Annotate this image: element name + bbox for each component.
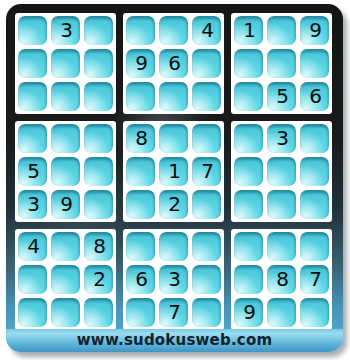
site-url: www.sudokusweb.com xyxy=(77,331,272,350)
cell-r8c5[interactable]: 3 xyxy=(159,265,188,294)
given-digit: 9 xyxy=(243,302,256,322)
given-digit: 2 xyxy=(168,194,181,214)
cell-r5c2[interactable] xyxy=(51,157,80,186)
cell-r3c9[interactable]: 6 xyxy=(300,82,329,111)
given-digit: 3 xyxy=(27,194,40,214)
cell-r5c1[interactable]: 5 xyxy=(18,157,47,186)
cell-r3c7[interactable] xyxy=(234,82,263,111)
cell-r2c3[interactable] xyxy=(84,49,113,78)
box-r2c1: 539 xyxy=(15,121,116,222)
cell-r8c8[interactable]: 8 xyxy=(267,265,296,294)
cell-r8c6[interactable] xyxy=(192,265,221,294)
cell-r5c9[interactable] xyxy=(300,157,329,186)
board-frame: 3496195653981723482637879 www.sudokusweb… xyxy=(6,4,343,352)
cell-r4c9[interactable] xyxy=(300,124,329,153)
cell-r2c7[interactable] xyxy=(234,49,263,78)
cell-r7c5[interactable] xyxy=(159,232,188,261)
cell-r1c9[interactable]: 9 xyxy=(300,16,329,45)
given-digit: 3 xyxy=(60,20,73,40)
cell-r5c5[interactable]: 1 xyxy=(159,157,188,186)
cell-r2c8[interactable] xyxy=(267,49,296,78)
given-digit: 4 xyxy=(27,236,40,256)
cell-r9c6[interactable] xyxy=(192,298,221,327)
given-digit: 3 xyxy=(168,269,181,289)
given-digit: 6 xyxy=(168,53,181,73)
given-digit: 5 xyxy=(27,161,40,181)
cell-r7c9[interactable] xyxy=(300,232,329,261)
cell-r2c2[interactable] xyxy=(51,49,80,78)
cell-r3c8[interactable]: 5 xyxy=(267,82,296,111)
cell-r2c4[interactable]: 9 xyxy=(126,49,155,78)
cell-r1c3[interactable] xyxy=(84,16,113,45)
box-r1c1: 3 xyxy=(15,13,116,114)
cell-r3c1[interactable] xyxy=(18,82,47,111)
given-digit: 9 xyxy=(309,20,322,40)
given-digit: 7 xyxy=(168,302,181,322)
given-digit: 2 xyxy=(93,269,106,289)
cell-r8c3[interactable]: 2 xyxy=(84,265,113,294)
cell-r4c6[interactable] xyxy=(192,124,221,153)
cell-r7c6[interactable] xyxy=(192,232,221,261)
cell-r7c8[interactable] xyxy=(267,232,296,261)
cell-r9c5[interactable]: 7 xyxy=(159,298,188,327)
cell-r3c5[interactable] xyxy=(159,82,188,111)
cell-r2c5[interactable]: 6 xyxy=(159,49,188,78)
given-digit: 1 xyxy=(243,20,256,40)
cell-r7c4[interactable] xyxy=(126,232,155,261)
cell-r6c5[interactable]: 2 xyxy=(159,190,188,219)
cell-r8c2[interactable] xyxy=(51,265,80,294)
given-digit: 9 xyxy=(135,53,148,73)
cell-r4c5[interactable] xyxy=(159,124,188,153)
cell-r1c1[interactable] xyxy=(18,16,47,45)
cell-r6c9[interactable] xyxy=(300,190,329,219)
cell-r5c7[interactable] xyxy=(234,157,263,186)
cell-r4c1[interactable] xyxy=(18,124,47,153)
box-r3c3: 879 xyxy=(231,229,332,330)
cell-r5c4[interactable] xyxy=(126,157,155,186)
cell-r6c1[interactable]: 3 xyxy=(18,190,47,219)
cell-r9c4[interactable] xyxy=(126,298,155,327)
cell-r3c3[interactable] xyxy=(84,82,113,111)
cell-r3c2[interactable] xyxy=(51,82,80,111)
sudoku-grid: 3496195653981723482637879 xyxy=(15,13,332,330)
given-digit: 5 xyxy=(276,86,289,106)
cell-r2c1[interactable] xyxy=(18,49,47,78)
cell-r6c4[interactable] xyxy=(126,190,155,219)
cell-r4c7[interactable] xyxy=(234,124,263,153)
given-digit: 6 xyxy=(135,269,148,289)
given-digit: 8 xyxy=(93,236,106,256)
cell-r4c3[interactable] xyxy=(84,124,113,153)
cell-r1c6[interactable]: 4 xyxy=(192,16,221,45)
cell-r6c8[interactable] xyxy=(267,190,296,219)
cell-r8c1[interactable] xyxy=(18,265,47,294)
cell-r7c7[interactable] xyxy=(234,232,263,261)
cell-r2c9[interactable] xyxy=(300,49,329,78)
cell-r1c5[interactable] xyxy=(159,16,188,45)
given-digit: 6 xyxy=(309,86,322,106)
given-digit: 9 xyxy=(60,194,73,214)
cell-r5c6[interactable]: 7 xyxy=(192,157,221,186)
cell-r5c8[interactable] xyxy=(267,157,296,186)
cell-r6c7[interactable] xyxy=(234,190,263,219)
sudoku-page: 3496195653981723482637879 www.sudokusweb… xyxy=(0,0,350,360)
cell-r8c9[interactable]: 7 xyxy=(300,265,329,294)
cell-r1c8[interactable] xyxy=(267,16,296,45)
cell-r7c2[interactable] xyxy=(51,232,80,261)
box-r3c1: 482 xyxy=(15,229,116,330)
box-r1c2: 496 xyxy=(123,13,224,114)
footer-bar: www.sudokusweb.com xyxy=(6,329,343,352)
cell-r4c4[interactable]: 8 xyxy=(126,124,155,153)
cell-r6c2[interactable]: 9 xyxy=(51,190,80,219)
cell-r4c8[interactable]: 3 xyxy=(267,124,296,153)
cell-r3c6[interactable] xyxy=(192,82,221,111)
given-digit: 8 xyxy=(276,269,289,289)
cell-r9c7[interactable]: 9 xyxy=(234,298,263,327)
cell-r9c8[interactable] xyxy=(267,298,296,327)
box-r2c2: 8172 xyxy=(123,121,224,222)
cell-r7c3[interactable]: 8 xyxy=(84,232,113,261)
given-digit: 3 xyxy=(276,128,289,148)
given-digit: 7 xyxy=(309,269,322,289)
cell-r1c4[interactable] xyxy=(126,16,155,45)
given-digit: 8 xyxy=(135,128,148,148)
given-digit: 7 xyxy=(201,161,214,181)
cell-r6c3[interactable] xyxy=(84,190,113,219)
box-r3c2: 637 xyxy=(123,229,224,330)
cell-r8c7[interactable] xyxy=(234,265,263,294)
cell-r9c9[interactable] xyxy=(300,298,329,327)
given-digit: 1 xyxy=(168,161,181,181)
cell-r9c1[interactable] xyxy=(18,298,47,327)
cell-r1c7[interactable]: 1 xyxy=(234,16,263,45)
cell-r9c2[interactable] xyxy=(51,298,80,327)
given-digit: 4 xyxy=(201,20,214,40)
cell-r8c4[interactable]: 6 xyxy=(126,265,155,294)
cell-r7c1[interactable]: 4 xyxy=(18,232,47,261)
box-r1c3: 1956 xyxy=(231,13,332,114)
cell-r5c3[interactable] xyxy=(84,157,113,186)
box-r2c3: 3 xyxy=(231,121,332,222)
cell-r1c2[interactable]: 3 xyxy=(51,16,80,45)
cell-r3c4[interactable] xyxy=(126,82,155,111)
cell-r2c6[interactable] xyxy=(192,49,221,78)
cell-r6c6[interactable] xyxy=(192,190,221,219)
cell-r4c2[interactable] xyxy=(51,124,80,153)
cell-r9c3[interactable] xyxy=(84,298,113,327)
